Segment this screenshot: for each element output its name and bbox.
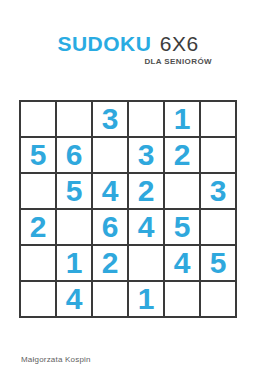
sudoku-cell-r1c2 <box>57 102 91 136</box>
sudoku-cell-r3c2: 5 <box>57 174 91 208</box>
sudoku-cell-r5c2: 1 <box>57 246 91 280</box>
sudoku-cell-r6c1 <box>21 282 55 316</box>
sudoku-cell-r3c6: 3 <box>201 174 235 208</box>
sudoku-cell-r3c4: 2 <box>129 174 163 208</box>
sudoku-cell-r1c4 <box>129 102 163 136</box>
sudoku-cell-r1c6 <box>201 102 235 136</box>
page-title: SUDOKU 6X6 <box>0 33 256 54</box>
sudoku-cell-r2c1: 5 <box>21 138 55 172</box>
sudoku-cell-r1c1 <box>21 102 55 136</box>
title-main: SUDOKU <box>57 32 151 55</box>
sudoku-cell-r5c4 <box>129 246 163 280</box>
sudoku-cell-r3c1 <box>21 174 55 208</box>
sudoku-cell-r5c3: 2 <box>93 246 127 280</box>
title-size: 6X6 <box>160 32 199 55</box>
author-credit: Małgorzata Kospin <box>21 355 91 364</box>
sudoku-cell-r6c5 <box>165 282 199 316</box>
sudoku-cell-r2c3 <box>93 138 127 172</box>
sudoku-cell-r6c6 <box>201 282 235 316</box>
sudoku-cell-r4c2 <box>57 210 91 244</box>
sudoku-cell-r6c3 <box>93 282 127 316</box>
sudoku-cell-r6c4: 1 <box>129 282 163 316</box>
sudoku-cell-r5c6: 5 <box>201 246 235 280</box>
sudoku-cell-r5c5: 4 <box>165 246 199 280</box>
sudoku-cell-r4c6 <box>201 210 235 244</box>
sudoku-cell-r2c4: 3 <box>129 138 163 172</box>
sudoku-cell-r4c3: 6 <box>93 210 127 244</box>
page-subtitle: DLA SENIORÓW <box>144 57 212 66</box>
sudoku-cell-r6c2: 4 <box>57 282 91 316</box>
sudoku-cell-r2c5: 2 <box>165 138 199 172</box>
sudoku-cell-r4c4: 4 <box>129 210 163 244</box>
sudoku-cell-r5c1 <box>21 246 55 280</box>
sudoku-cell-r4c1: 2 <box>21 210 55 244</box>
sudoku-cell-r4c5: 5 <box>165 210 199 244</box>
sudoku-cell-r1c3: 3 <box>93 102 127 136</box>
sudoku-cell-r2c2: 6 <box>57 138 91 172</box>
sudoku-cell-r1c5: 1 <box>165 102 199 136</box>
sudoku-cell-r3c5 <box>165 174 199 208</box>
sudoku-board: 31563254232645124541 <box>19 100 237 318</box>
sudoku-cell-r2c6 <box>201 138 235 172</box>
sudoku-cell-r3c3: 4 <box>93 174 127 208</box>
